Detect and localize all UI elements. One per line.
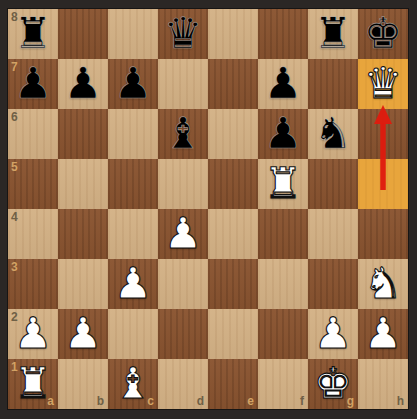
- square-e3[interactable]: [208, 259, 258, 309]
- square-b3[interactable]: [58, 259, 108, 309]
- white-knight-h3[interactable]: ♞: [358, 259, 408, 309]
- square-d6[interactable]: ♝: [158, 109, 208, 159]
- square-a8[interactable]: 8♜: [8, 9, 58, 59]
- black-pawn-a7[interactable]: ♟: [8, 59, 58, 109]
- square-d2[interactable]: [158, 309, 208, 359]
- file-label-f: f: [300, 395, 304, 407]
- black-queen-d8[interactable]: ♛: [158, 9, 208, 59]
- black-pawn-f6[interactable]: ♟: [258, 109, 308, 159]
- white-pawn-c3[interactable]: ♟: [108, 259, 158, 309]
- white-rook-a1[interactable]: ♜: [8, 359, 58, 409]
- black-pawn-b7[interactable]: ♟: [58, 59, 108, 109]
- white-queen-h7[interactable]: ♛: [358, 59, 408, 109]
- square-d8[interactable]: ♛: [158, 9, 208, 59]
- white-rook-f5[interactable]: ♜: [258, 159, 308, 209]
- square-a4[interactable]: 4: [8, 209, 58, 259]
- square-g7[interactable]: [308, 59, 358, 109]
- square-a5[interactable]: 5: [8, 159, 58, 209]
- square-f4[interactable]: [258, 209, 308, 259]
- square-d3[interactable]: [158, 259, 208, 309]
- square-b6[interactable]: [58, 109, 108, 159]
- square-a7[interactable]: 7♟: [8, 59, 58, 109]
- square-g1[interactable]: g♚: [308, 359, 358, 409]
- square-c6[interactable]: [108, 109, 158, 159]
- square-c8[interactable]: [108, 9, 158, 59]
- square-h6[interactable]: [358, 109, 408, 159]
- white-pawn-d4[interactable]: ♟: [158, 209, 208, 259]
- file-label-e: e: [247, 395, 254, 407]
- square-g6[interactable]: ♞: [308, 109, 358, 159]
- square-g5[interactable]: [308, 159, 358, 209]
- square-f5[interactable]: ♜: [258, 159, 308, 209]
- square-c2[interactable]: [108, 309, 158, 359]
- black-bishop-d6[interactable]: ♝: [158, 109, 208, 159]
- square-a2[interactable]: 2♟: [8, 309, 58, 359]
- square-h3[interactable]: ♞: [358, 259, 408, 309]
- rank-label-5: 5: [11, 161, 18, 173]
- square-c1[interactable]: c♝: [108, 359, 158, 409]
- square-e6[interactable]: [208, 109, 258, 159]
- square-f1[interactable]: f: [258, 359, 308, 409]
- square-f2[interactable]: [258, 309, 308, 359]
- square-d7[interactable]: [158, 59, 208, 109]
- square-f8[interactable]: [258, 9, 308, 59]
- square-d4[interactable]: ♟: [158, 209, 208, 259]
- square-h1[interactable]: h: [358, 359, 408, 409]
- white-pawn-b2[interactable]: ♟: [58, 309, 108, 359]
- square-b4[interactable]: [58, 209, 108, 259]
- square-e5[interactable]: [208, 159, 258, 209]
- square-c5[interactable]: [108, 159, 158, 209]
- square-b8[interactable]: [58, 9, 108, 59]
- square-f7[interactable]: ♟: [258, 59, 308, 109]
- black-pawn-c7[interactable]: ♟: [108, 59, 158, 109]
- white-pawn-a2[interactable]: ♟: [8, 309, 58, 359]
- square-b2[interactable]: ♟: [58, 309, 108, 359]
- file-label-h: h: [397, 395, 404, 407]
- square-g3[interactable]: [308, 259, 358, 309]
- rank-label-4: 4: [11, 211, 18, 223]
- square-h8[interactable]: ♚: [358, 9, 408, 59]
- square-b7[interactable]: ♟: [58, 59, 108, 109]
- black-rook-g8[interactable]: ♜: [308, 9, 358, 59]
- black-king-h8[interactable]: ♚: [358, 9, 408, 59]
- black-rook-a8[interactable]: ♜: [8, 9, 58, 59]
- square-h5[interactable]: [358, 159, 408, 209]
- square-g4[interactable]: [308, 209, 358, 259]
- white-king-g1[interactable]: ♚: [308, 359, 358, 409]
- square-g8[interactable]: ♜: [308, 9, 358, 59]
- square-f3[interactable]: [258, 259, 308, 309]
- square-e8[interactable]: [208, 9, 258, 59]
- square-e7[interactable]: [208, 59, 258, 109]
- square-c3[interactable]: ♟: [108, 259, 158, 309]
- chess-board[interactable]: 8♜♛♜♚7♟♟♟♟♛6♝♟♞5♜4♟3♟♞2♟♟♟♟1a♜bc♝defg♚h: [8, 9, 408, 409]
- rank-label-3: 3: [11, 261, 18, 273]
- square-e2[interactable]: [208, 309, 258, 359]
- square-e1[interactable]: e: [208, 359, 258, 409]
- square-h7[interactable]: ♛: [358, 59, 408, 109]
- square-b1[interactable]: b: [58, 359, 108, 409]
- black-pawn-f7[interactable]: ♟: [258, 59, 308, 109]
- rank-label-6: 6: [11, 111, 18, 123]
- square-c7[interactable]: ♟: [108, 59, 158, 109]
- black-knight-g6[interactable]: ♞: [308, 109, 358, 159]
- white-bishop-c1[interactable]: ♝: [108, 359, 158, 409]
- square-a1[interactable]: 1a♜: [8, 359, 58, 409]
- file-label-d: d: [197, 395, 204, 407]
- square-d5[interactable]: [158, 159, 208, 209]
- square-b5[interactable]: [58, 159, 108, 209]
- square-e4[interactable]: [208, 209, 258, 259]
- square-a6[interactable]: 6: [8, 109, 58, 159]
- square-h4[interactable]: [358, 209, 408, 259]
- square-c4[interactable]: [108, 209, 158, 259]
- white-pawn-g2[interactable]: ♟: [308, 309, 358, 359]
- square-d1[interactable]: d: [158, 359, 208, 409]
- square-h2[interactable]: ♟: [358, 309, 408, 359]
- square-g2[interactable]: ♟: [308, 309, 358, 359]
- chess-app-background: { "game": "chess", "position": { "fen": …: [0, 0, 417, 419]
- file-label-b: b: [97, 395, 104, 407]
- white-pawn-h2[interactable]: ♟: [358, 309, 408, 359]
- square-f6[interactable]: ♟: [258, 109, 308, 159]
- square-a3[interactable]: 3: [8, 259, 58, 309]
